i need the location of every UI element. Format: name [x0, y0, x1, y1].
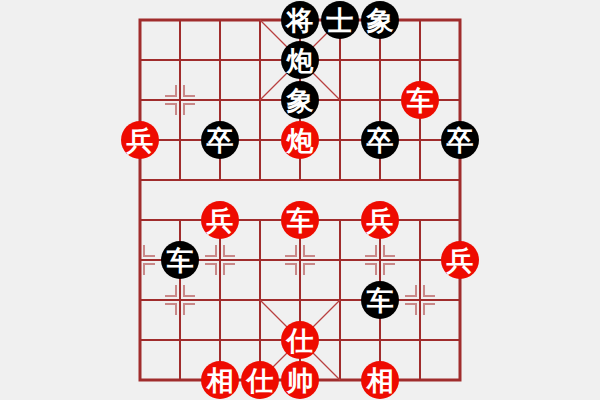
piece-red-soldier[interactable]: 兵 [361, 201, 399, 239]
piece-red-advisor[interactable]: 仕 [241, 361, 279, 399]
xiangqi-board[interactable]: 将士象炮象车兵卒炮卒卒兵车兵车兵车仕相仕帅相 [120, 0, 480, 400]
piece-black-chariot[interactable]: 车 [361, 281, 399, 319]
piece-red-elephant[interactable]: 相 [201, 361, 239, 399]
piece-red-chariot[interactable]: 车 [401, 81, 439, 119]
piece-red-chariot[interactable]: 车 [281, 201, 319, 239]
piece-red-advisor[interactable]: 仕 [281, 321, 319, 359]
piece-red-soldier[interactable]: 兵 [441, 241, 479, 279]
piece-red-soldier[interactable]: 兵 [121, 121, 159, 159]
piece-black-soldier[interactable]: 卒 [361, 121, 399, 159]
piece-black-advisor[interactable]: 士 [321, 1, 359, 39]
piece-black-general[interactable]: 将 [281, 1, 319, 39]
piece-red-general[interactable]: 帅 [281, 361, 319, 399]
piece-black-chariot[interactable]: 车 [161, 241, 199, 279]
piece-black-elephant[interactable]: 象 [361, 1, 399, 39]
piece-black-elephant[interactable]: 象 [281, 81, 319, 119]
piece-red-elephant[interactable]: 相 [361, 361, 399, 399]
piece-black-soldier[interactable]: 卒 [441, 121, 479, 159]
piece-black-soldier[interactable]: 卒 [201, 121, 239, 159]
piece-red-cannon[interactable]: 炮 [281, 121, 319, 159]
piece-red-soldier[interactable]: 兵 [201, 201, 239, 239]
piece-black-cannon[interactable]: 炮 [281, 41, 319, 79]
xiangqi-app: 将士象炮象车兵卒炮卒卒兵车兵车兵车仕相仕帅相 [0, 0, 600, 400]
